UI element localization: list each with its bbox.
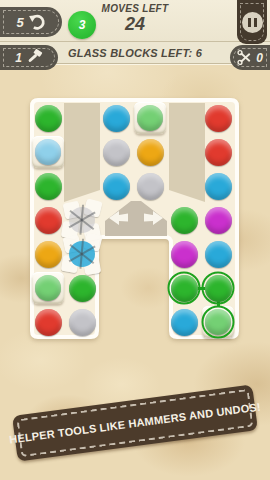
scissors-icon <box>237 50 252 65</box>
cell-r6c5-g-dot[interactable] <box>167 271 201 305</box>
cell-r1c3-b-dot[interactable] <box>99 101 133 135</box>
cell-r2c1-b-dot[interactable] <box>31 135 65 169</box>
selection-ring <box>168 272 201 305</box>
dot <box>205 173 232 200</box>
cell-r2c6-r-dot[interactable] <box>201 135 235 169</box>
cell-r5c5-m-dot[interactable] <box>167 237 201 271</box>
cell-r7c6-g-dot[interactable] <box>201 305 235 339</box>
dot <box>35 275 61 301</box>
dot <box>205 241 232 268</box>
dot <box>171 241 198 268</box>
cell-r1c6-r-dot[interactable] <box>201 101 235 135</box>
pause-icon <box>242 12 263 33</box>
dot <box>35 173 62 200</box>
cell-r2c3-s-dot[interactable] <box>99 135 133 169</box>
cell-r6c2-g-dot[interactable] <box>65 271 99 305</box>
pause-button[interactable] <box>237 0 267 44</box>
cell-r4c6-m-dot[interactable] <box>201 203 235 237</box>
selection-ring <box>202 272 235 305</box>
undo-badge-count: 3 <box>79 18 86 32</box>
game-screen: 5 3 MOVES LEFT 24 1 GLASS BLOCKS LEFT: 6… <box>0 0 270 480</box>
cell-r3c1-g-dot[interactable] <box>31 169 65 203</box>
cell-r7c5-b-dot[interactable] <box>167 305 201 339</box>
cell-r5c6-b-dot[interactable] <box>201 237 235 271</box>
cell-r3c6-b-dot[interactable] <box>201 169 235 203</box>
glass-block <box>32 136 64 168</box>
dot <box>137 173 164 200</box>
dot <box>103 105 130 132</box>
cell-r4c5-g-dot[interactable] <box>167 203 201 237</box>
undo-icon <box>28 13 46 31</box>
dot <box>205 207 232 234</box>
hammer-count: 1 <box>15 51 22 65</box>
dot <box>69 309 96 336</box>
dot <box>35 207 62 234</box>
dot <box>35 241 62 268</box>
cracked-glass-block <box>65 203 99 237</box>
scissors-button[interactable]: 0 <box>230 45 270 70</box>
cell-r1c1-g-dot[interactable] <box>31 101 65 135</box>
glass-block <box>32 272 64 304</box>
cell-r6c1-g-dot[interactable] <box>31 271 65 305</box>
glass-block <box>134 102 166 134</box>
cell-r4c1-r-dot[interactable] <box>31 203 65 237</box>
dot <box>103 173 130 200</box>
undo-count: 5 <box>16 15 23 30</box>
cell-r2c4-o-dot[interactable] <box>133 135 167 169</box>
cell-r1c4-g-dot[interactable] <box>133 101 167 135</box>
cell-r6c6-g-dot[interactable] <box>201 271 235 305</box>
dot <box>69 275 96 302</box>
undo-button[interactable]: 5 <box>0 7 62 37</box>
selection-ring <box>202 306 235 339</box>
cracked-glass-block <box>65 237 99 271</box>
dot <box>35 309 62 336</box>
cell-r7c1-r-dot[interactable] <box>31 305 65 339</box>
cell-r4c2-s-dot[interactable] <box>65 203 99 237</box>
dot <box>35 139 61 165</box>
hammer-icon <box>26 49 43 66</box>
dot <box>205 105 232 132</box>
cell-r3c3-b-dot[interactable] <box>99 169 133 203</box>
cell-r5c1-o-dot[interactable] <box>31 237 65 271</box>
dot <box>137 105 163 131</box>
dot <box>137 139 164 166</box>
dot <box>171 207 198 234</box>
dot <box>35 105 62 132</box>
dot <box>205 139 232 166</box>
undo-badge: 3 <box>68 11 96 39</box>
dots-grid <box>31 101 235 339</box>
dot <box>171 309 198 336</box>
cell-r7c2-s-dot[interactable] <box>65 305 99 339</box>
cell-r3c4-s-dot[interactable] <box>133 169 167 203</box>
hammer-button[interactable]: 1 <box>0 45 58 70</box>
scissors-count: 0 <box>256 51 263 65</box>
dot <box>103 139 130 166</box>
cell-r5c2-b-dot[interactable] <box>65 237 99 271</box>
